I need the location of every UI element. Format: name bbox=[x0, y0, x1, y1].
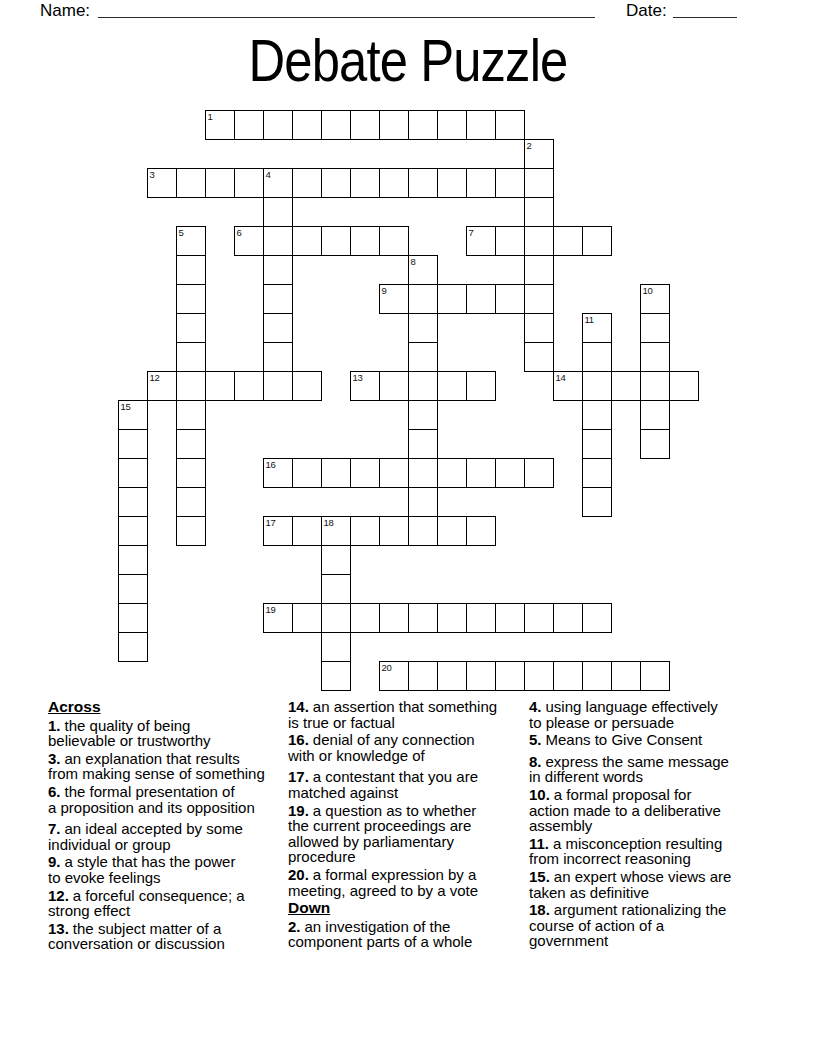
grid-cell[interactable] bbox=[234, 110, 264, 140]
clue-number-label: 17. bbox=[288, 768, 309, 785]
grid-cell[interactable] bbox=[582, 226, 612, 256]
grid-cell[interactable] bbox=[350, 516, 380, 546]
grid-cell[interactable] bbox=[176, 458, 206, 488]
grid-cell[interactable] bbox=[408, 429, 438, 459]
grid-cell[interactable] bbox=[263, 110, 293, 140]
grid-cell[interactable] bbox=[408, 487, 438, 517]
clue-number-label: 7. bbox=[48, 820, 61, 837]
grid-cell[interactable] bbox=[321, 168, 351, 198]
clue-text: the formal presentation of a proposition… bbox=[48, 783, 255, 816]
worksheet-page: Name: Date: Debate Puzzle 12345678910111… bbox=[0, 0, 816, 1056]
grid-cell[interactable] bbox=[466, 516, 496, 546]
grid-cell[interactable]: 16 bbox=[263, 458, 293, 488]
clue-across-17: 17.a contestant that you are matched aga… bbox=[288, 769, 528, 800]
grid-cell[interactable] bbox=[176, 516, 206, 546]
clue-number-label: 20. bbox=[288, 866, 309, 883]
clue-text: a formal proposal for action made to a d… bbox=[529, 786, 721, 834]
clue-text: using language effectively to please or … bbox=[529, 698, 718, 731]
grid-cell[interactable] bbox=[379, 603, 409, 633]
cell-clue-number: 12 bbox=[150, 372, 160, 383]
clue-column-2: 14.an assertion that something is true o… bbox=[288, 699, 528, 952]
clue-number-label: 11. bbox=[529, 835, 549, 852]
grid-cell[interactable]: 12 bbox=[147, 371, 177, 401]
grid-cell[interactable] bbox=[408, 342, 438, 372]
clue-text: argument rationalizing the course of act… bbox=[529, 901, 726, 949]
date-blank-line[interactable] bbox=[673, 3, 737, 18]
grid-cell[interactable]: 6 bbox=[234, 226, 264, 256]
grid-cell[interactable] bbox=[176, 371, 206, 401]
grid-cell[interactable] bbox=[466, 603, 496, 633]
grid-cell[interactable] bbox=[263, 226, 293, 256]
cell-clue-number: 3 bbox=[150, 169, 155, 180]
grid-cell[interactable] bbox=[118, 603, 148, 633]
grid-cell[interactable] bbox=[292, 603, 322, 633]
clue-number-label: 5. bbox=[529, 731, 542, 748]
grid-cell[interactable] bbox=[263, 342, 293, 372]
grid-cell[interactable] bbox=[437, 458, 467, 488]
clue-number-label: 2. bbox=[288, 918, 301, 935]
crossword-grid: 1234567891011121314151617181920 bbox=[118, 110, 700, 692]
grid-cell[interactable]: 3 bbox=[147, 168, 177, 198]
grid-cell[interactable] bbox=[553, 603, 583, 633]
grid-cell[interactable] bbox=[118, 516, 148, 546]
name-label: Name: bbox=[40, 1, 90, 21]
grid-cell[interactable] bbox=[408, 516, 438, 546]
clue-down-10: 10.a formal proposal for action made to … bbox=[529, 787, 767, 834]
grid-cell[interactable] bbox=[495, 458, 525, 488]
grid-cell[interactable] bbox=[466, 371, 496, 401]
grid-cell[interactable] bbox=[408, 371, 438, 401]
cell-clue-number: 14 bbox=[556, 372, 566, 383]
clue-text: a forceful consequence; a strong effect bbox=[48, 887, 245, 920]
grid-cell[interactable] bbox=[176, 429, 206, 459]
grid-cell[interactable] bbox=[321, 226, 351, 256]
down-heading: Down bbox=[288, 900, 528, 916]
grid-cell[interactable] bbox=[350, 168, 380, 198]
clue-across-3: 3.an explanation that results from makin… bbox=[48, 751, 286, 782]
grid-cell[interactable] bbox=[466, 661, 496, 691]
grid-cell[interactable] bbox=[582, 400, 612, 430]
clue-across-9: 9.a style that has the power to evoke fe… bbox=[48, 854, 286, 885]
grid-cell[interactable] bbox=[466, 458, 496, 488]
cell-clue-number: 18 bbox=[324, 517, 334, 528]
grid-cell[interactable] bbox=[437, 371, 467, 401]
grid-cell[interactable] bbox=[321, 458, 351, 488]
grid-cell[interactable] bbox=[379, 110, 409, 140]
grid-cell[interactable] bbox=[321, 661, 351, 691]
clue-text: an expert whose views are taken as defin… bbox=[529, 868, 731, 901]
clue-number-label: 10. bbox=[529, 786, 550, 803]
grid-cell[interactable] bbox=[379, 516, 409, 546]
grid-cell[interactable] bbox=[205, 168, 235, 198]
clue-down-11: 11.a misconception resulting from incorr… bbox=[529, 836, 767, 867]
clue-column-3: 4.using language effectively to please o… bbox=[529, 699, 767, 951]
cell-clue-number: 13 bbox=[353, 372, 363, 383]
grid-cell[interactable] bbox=[524, 603, 554, 633]
grid-cell[interactable] bbox=[234, 371, 264, 401]
clue-text: a contestant that you are matched agains… bbox=[288, 768, 478, 801]
grid-cell[interactable] bbox=[495, 226, 525, 256]
clue-text: a misconception resulting from incorrect… bbox=[529, 835, 722, 868]
grid-cell[interactable] bbox=[582, 603, 612, 633]
clue-column-1: Across 1.the quality of being believable… bbox=[48, 699, 286, 954]
cell-clue-number: 17 bbox=[266, 517, 276, 528]
grid-cell[interactable] bbox=[582, 371, 612, 401]
grid-cell[interactable] bbox=[524, 661, 554, 691]
clue-text: Means to Give Consent bbox=[546, 731, 703, 748]
grid-cell[interactable] bbox=[437, 516, 467, 546]
grid-cell[interactable]: 5 bbox=[176, 226, 206, 256]
clue-text: an explanation that results from making … bbox=[48, 750, 265, 783]
page-title: Debate Puzzle bbox=[57, 30, 759, 92]
clue-text: a formal expression by a meeting, agreed… bbox=[288, 866, 478, 899]
grid-cell[interactable] bbox=[379, 226, 409, 256]
grid-cell[interactable] bbox=[437, 661, 467, 691]
grid-cell[interactable] bbox=[263, 371, 293, 401]
grid-cell[interactable] bbox=[176, 284, 206, 314]
grid-cell[interactable]: 19 bbox=[263, 603, 293, 633]
grid-cell[interactable] bbox=[524, 284, 554, 314]
grid-cell[interactable] bbox=[379, 371, 409, 401]
grid-cell[interactable] bbox=[582, 458, 612, 488]
grid-cell[interactable] bbox=[582, 429, 612, 459]
clue-text: denial of any connection with or knowled… bbox=[288, 731, 475, 764]
clue-number-label: 18. bbox=[529, 901, 550, 918]
grid-cell[interactable] bbox=[176, 255, 206, 285]
grid-cell[interactable] bbox=[611, 661, 641, 691]
grid-cell[interactable]: 9 bbox=[379, 284, 409, 314]
grid-cell[interactable] bbox=[408, 661, 438, 691]
clue-across-13: 13.the subject matter of a conversation … bbox=[48, 921, 286, 952]
grid-cell[interactable]: 7 bbox=[466, 226, 496, 256]
clue-number-label: 19. bbox=[288, 802, 309, 819]
clue-across-1: 1.the quality of being believable or tru… bbox=[48, 718, 286, 749]
grid-cell[interactable] bbox=[292, 168, 322, 198]
grid-cell[interactable] bbox=[350, 110, 380, 140]
grid-cell[interactable] bbox=[553, 226, 583, 256]
grid-cell[interactable] bbox=[408, 284, 438, 314]
grid-cell[interactable]: 10 bbox=[640, 284, 670, 314]
grid-cell[interactable] bbox=[321, 545, 351, 575]
cell-clue-number: 5 bbox=[179, 227, 184, 238]
grid-cell[interactable] bbox=[350, 603, 380, 633]
grid-cell[interactable] bbox=[118, 458, 148, 488]
clue-text: a question as to whether the current pro… bbox=[288, 802, 476, 866]
grid-cell[interactable] bbox=[582, 342, 612, 372]
clue-across-19: 19.a question as to whether the current … bbox=[288, 803, 528, 865]
clue-down-4: 4.using language effectively to please o… bbox=[529, 699, 767, 730]
cell-clue-number: 8 bbox=[411, 256, 416, 267]
clue-number-label: 9. bbox=[48, 853, 61, 870]
cell-clue-number: 20 bbox=[382, 662, 392, 673]
grid-cell[interactable] bbox=[292, 458, 322, 488]
cell-clue-number: 19 bbox=[266, 604, 276, 615]
grid-cell[interactable] bbox=[292, 110, 322, 140]
grid-cell[interactable] bbox=[524, 313, 554, 343]
grid-cell[interactable]: 13 bbox=[350, 371, 380, 401]
grid-cell[interactable] bbox=[408, 400, 438, 430]
grid-cell[interactable] bbox=[495, 110, 525, 140]
clue-across-7: 7.an ideal accepted by some individual o… bbox=[48, 821, 286, 852]
grid-cell[interactable] bbox=[611, 371, 641, 401]
grid-cell[interactable] bbox=[263, 313, 293, 343]
cell-clue-number: 10 bbox=[643, 285, 653, 296]
cell-clue-number: 2 bbox=[527, 140, 532, 151]
clue-number-label: 1. bbox=[48, 717, 61, 734]
clue-across-14: 14.an assertion that something is true o… bbox=[288, 699, 528, 730]
grid-cell[interactable] bbox=[437, 603, 467, 633]
grid-cell[interactable] bbox=[408, 458, 438, 488]
grid-cell[interactable] bbox=[640, 342, 670, 372]
clue-number-label: 13. bbox=[48, 920, 69, 937]
grid-cell[interactable] bbox=[640, 371, 670, 401]
grid-cell[interactable] bbox=[495, 168, 525, 198]
grid-cell[interactable] bbox=[437, 284, 467, 314]
cell-clue-number: 9 bbox=[382, 285, 387, 296]
clue-down-18: 18.argument rationalizing the course of … bbox=[529, 902, 767, 949]
cell-clue-number: 15 bbox=[121, 401, 131, 412]
grid-cell[interactable] bbox=[379, 458, 409, 488]
clue-across-20: 20.a formal expression by a meeting, agr… bbox=[288, 867, 528, 898]
grid-cell[interactable] bbox=[118, 545, 148, 575]
grid-cell[interactable] bbox=[176, 168, 206, 198]
grid-cell[interactable]: 11 bbox=[582, 313, 612, 343]
clue-number-label: 8. bbox=[529, 753, 542, 770]
grid-cell[interactable] bbox=[524, 342, 554, 372]
grid-cell[interactable] bbox=[466, 284, 496, 314]
grid-cell[interactable] bbox=[118, 487, 148, 517]
grid-cell[interactable] bbox=[350, 226, 380, 256]
grid-cell[interactable] bbox=[524, 458, 554, 488]
grid-cell[interactable] bbox=[292, 516, 322, 546]
clue-number-label: 16. bbox=[288, 731, 309, 748]
grid-cell[interactable] bbox=[118, 632, 148, 662]
clue-text: an assertion that something is true or f… bbox=[288, 698, 497, 731]
clue-text: express the same message in different wo… bbox=[529, 753, 729, 786]
grid-cell[interactable]: 2 bbox=[524, 139, 554, 169]
clue-down-15: 15.an expert whose views are taken as de… bbox=[529, 869, 767, 900]
cell-clue-number: 1 bbox=[208, 111, 213, 122]
grid-cell[interactable]: 17 bbox=[263, 516, 293, 546]
grid-cell[interactable] bbox=[176, 313, 206, 343]
grid-cell[interactable] bbox=[495, 284, 525, 314]
clue-number-label: 15. bbox=[529, 868, 550, 885]
clue-number-label: 14. bbox=[288, 698, 309, 715]
grid-cell[interactable] bbox=[640, 661, 670, 691]
grid-cell[interactable] bbox=[408, 110, 438, 140]
grid-cell[interactable] bbox=[582, 487, 612, 517]
grid-cell[interactable] bbox=[118, 574, 148, 604]
cell-clue-number: 7 bbox=[469, 227, 474, 238]
grid-cell[interactable] bbox=[408, 168, 438, 198]
date-label: Date: bbox=[626, 1, 667, 21]
grid-cell[interactable] bbox=[176, 487, 206, 517]
grid-cell[interactable] bbox=[524, 197, 554, 227]
cell-clue-number: 4 bbox=[266, 169, 271, 180]
grid-cell[interactable] bbox=[263, 284, 293, 314]
grid-cell[interactable] bbox=[350, 458, 380, 488]
grid-cell[interactable] bbox=[437, 168, 467, 198]
clue-across-16: 16.denial of any connection with or know… bbox=[288, 732, 528, 763]
grid-cell[interactable] bbox=[321, 632, 351, 662]
grid-cell[interactable] bbox=[321, 603, 351, 633]
grid-cell[interactable] bbox=[495, 603, 525, 633]
grid-cell[interactable] bbox=[234, 168, 264, 198]
grid-cell[interactable] bbox=[292, 226, 322, 256]
grid-cell[interactable] bbox=[379, 168, 409, 198]
clue-text: an ideal accepted by some individual or … bbox=[48, 820, 243, 853]
clue-text: the quality of being believable or trust… bbox=[48, 717, 211, 750]
grid-cell[interactable] bbox=[640, 429, 670, 459]
grid-cell[interactable] bbox=[466, 110, 496, 140]
grid-cell[interactable] bbox=[669, 371, 699, 401]
clue-text: a style that has the power to evoke feel… bbox=[48, 853, 235, 886]
cell-clue-number: 6 bbox=[237, 227, 242, 238]
name-blank-line[interactable] bbox=[98, 3, 595, 18]
grid-cell[interactable] bbox=[321, 110, 351, 140]
grid-cell[interactable]: 18 bbox=[321, 516, 351, 546]
clue-text: an investigation of the component parts … bbox=[288, 918, 472, 951]
grid-cell[interactable] bbox=[118, 429, 148, 459]
clue-down-5: 5.Means to Give Consent bbox=[529, 732, 767, 748]
clue-number-label: 3. bbox=[48, 750, 61, 767]
grid-cell[interactable] bbox=[263, 197, 293, 227]
clue-across-12: 12.a forceful consequence; a strong effe… bbox=[48, 888, 286, 919]
grid-cell[interactable] bbox=[524, 255, 554, 285]
cell-clue-number: 16 bbox=[266, 459, 276, 470]
clue-number-label: 6. bbox=[48, 783, 61, 800]
grid-cell[interactable] bbox=[553, 661, 583, 691]
grid-cell[interactable] bbox=[205, 371, 235, 401]
grid-cell[interactable]: 20 bbox=[379, 661, 409, 691]
grid-cell[interactable] bbox=[495, 661, 525, 691]
clue-across-6: 6.the formal presentation of a propositi… bbox=[48, 784, 286, 815]
clue-down-2: 2.an investigation of the component part… bbox=[288, 919, 528, 950]
grid-cell[interactable] bbox=[640, 313, 670, 343]
grid-cell[interactable]: 15 bbox=[118, 400, 148, 430]
grid-cell[interactable] bbox=[524, 168, 554, 198]
grid-cell[interactable] bbox=[321, 574, 351, 604]
grid-cell[interactable] bbox=[524, 226, 554, 256]
grid-cell[interactable]: 1 bbox=[205, 110, 235, 140]
grid-cell[interactable] bbox=[176, 400, 206, 430]
grid-cell[interactable] bbox=[582, 661, 612, 691]
clue-down-8: 8.express the same message in different … bbox=[529, 754, 767, 785]
grid-cell[interactable]: 8 bbox=[408, 255, 438, 285]
clue-number-label: 4. bbox=[529, 698, 542, 715]
grid-cell[interactable] bbox=[640, 400, 670, 430]
cell-clue-number: 11 bbox=[585, 314, 594, 325]
across-heading: Across bbox=[48, 699, 286, 715]
grid-cell[interactable] bbox=[466, 168, 496, 198]
grid-cell[interactable]: 14 bbox=[553, 371, 583, 401]
grid-cell[interactable] bbox=[437, 110, 467, 140]
grid-cell[interactable] bbox=[408, 603, 438, 633]
grid-cell[interactable] bbox=[408, 313, 438, 343]
grid-cell[interactable]: 4 bbox=[263, 168, 293, 198]
clue-text: the subject matter of a conversation or … bbox=[48, 920, 225, 953]
clue-number-label: 12. bbox=[48, 887, 69, 904]
grid-cell[interactable] bbox=[263, 255, 293, 285]
grid-cell[interactable] bbox=[176, 342, 206, 372]
grid-cell[interactable] bbox=[292, 371, 322, 401]
